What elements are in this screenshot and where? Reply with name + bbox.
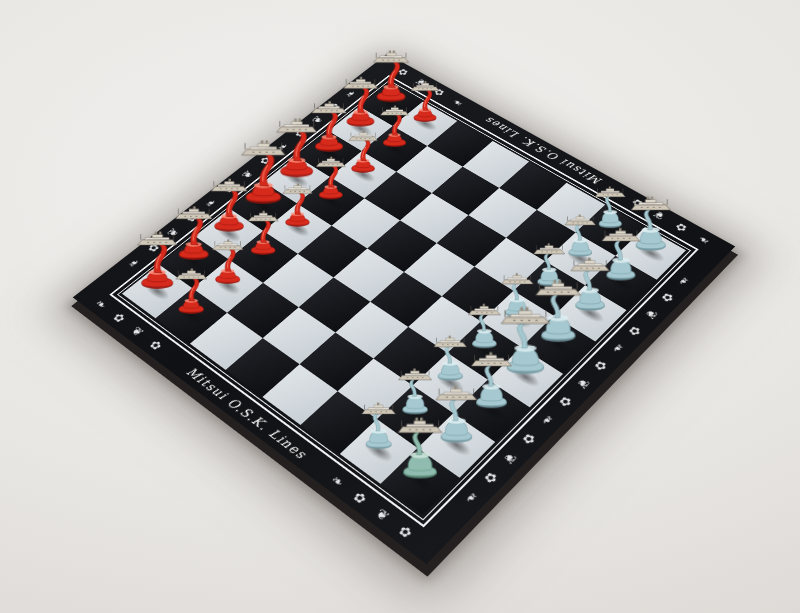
chess-board: ❧ ✿ ❦ ✿ Mitsui O.S.K. Lines ❧ ✿ ❦ ✿ ❧ ✿ … xyxy=(73,54,736,565)
piece-red-pawn[interactable] xyxy=(167,268,215,316)
scene: ❧ ✿ ❦ ✿ Mitsui O.S.K. Lines ❧ ✿ ❦ ✿ ❧ ✿ … xyxy=(0,0,800,613)
piece-blue-rook[interactable] xyxy=(386,414,453,481)
studio-photo-background: ❧ ✿ ❦ ✿ Mitsui O.S.K. Lines ❧ ✿ ❦ ✿ ❧ ✿ … xyxy=(0,0,800,613)
